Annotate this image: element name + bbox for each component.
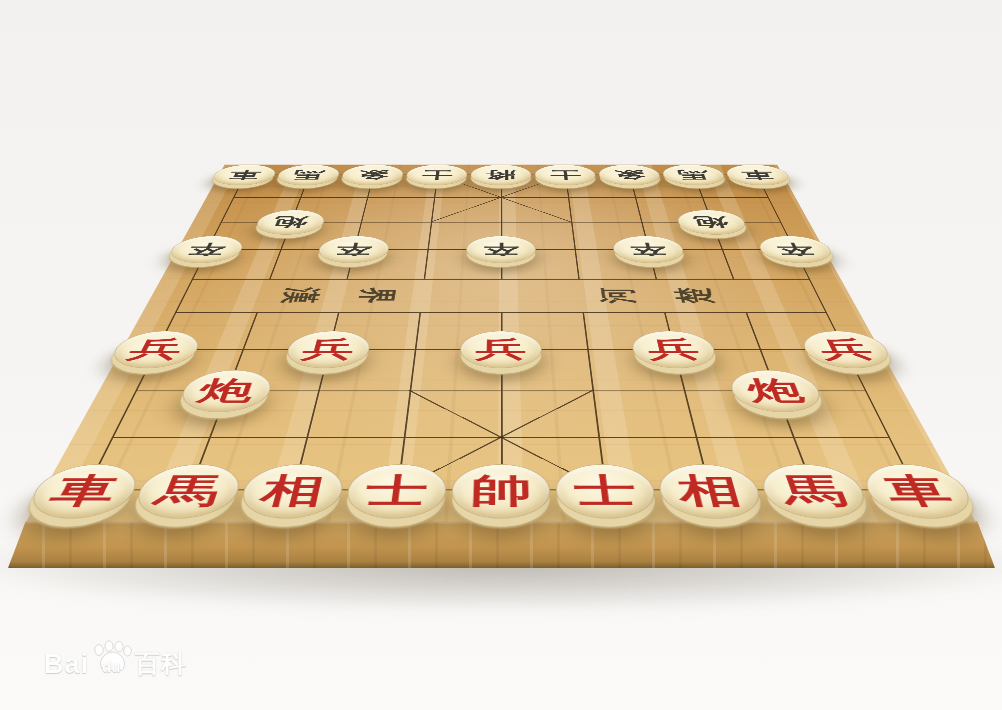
board-cell (568, 197, 641, 222)
piece-character: 車 (45, 474, 124, 508)
watermark-text-du: du (102, 658, 120, 675)
piece-character: 車 (226, 170, 262, 181)
board-cell (175, 279, 269, 312)
river-label-left: 漢界 (279, 287, 398, 303)
piece-character: 相 (257, 474, 327, 508)
piece-character: 將 (485, 170, 516, 181)
piece-character: 相 (675, 474, 745, 508)
piece-character: 兵 (645, 338, 702, 361)
board-cell (733, 279, 827, 312)
piece-character: 馬 (676, 170, 711, 181)
watermark-baidu-baike: Bai du 百科 (44, 646, 187, 680)
piece-character: 馬 (291, 170, 326, 181)
piece-character: 卒 (186, 242, 228, 256)
watermark-text-bai: Bai (44, 649, 89, 680)
piece-character: 士 (573, 474, 639, 508)
piece-character: 卒 (629, 242, 668, 256)
piece-character: 卒 (334, 242, 373, 256)
board-cell (592, 390, 695, 437)
piece-character: 炮 (271, 216, 310, 229)
board-cell (501, 279, 582, 312)
river-character: 楚 (672, 287, 715, 303)
piece-character: 兵 (300, 338, 357, 361)
piece-character: 士 (363, 474, 429, 508)
river-character: 河 (597, 287, 638, 303)
xiangqi-photo-stage: 漢界 楚河 車馬象士將士象馬車炮炮卒卒卒卒卒兵兵兵兵兵炮炮車馬相士帥士相馬車 B… (0, 0, 1002, 710)
piece-character: 兵 (815, 338, 878, 361)
piece-character: 象 (356, 170, 390, 181)
piece-character: 馬 (777, 474, 852, 508)
river-label-right: 楚河 (597, 287, 716, 303)
piece-character: 象 (613, 170, 647, 181)
board-front-edge (8, 521, 995, 568)
board-cell (420, 279, 501, 312)
piece-character: 炮 (744, 378, 808, 404)
river-character: 漢 (279, 287, 322, 303)
baidu-paw-icon: du (91, 646, 133, 680)
piece-character: 兵 (475, 338, 527, 361)
piece-character: 車 (878, 474, 957, 508)
piece-character: 卒 (774, 242, 816, 256)
piece-character: 士 (421, 170, 453, 181)
watermark-text-baike: 百科 (135, 647, 187, 680)
piece-character: 卒 (483, 242, 519, 256)
piece-character: 帥 (470, 474, 533, 508)
piece-character: 炮 (692, 216, 731, 229)
piece-character: 馬 (151, 474, 226, 508)
river-character: 界 (357, 287, 398, 303)
xiangqi-board: 漢界 楚河 車馬象士將士象馬車炮炮卒卒卒卒卒兵兵兵兵兵炮炮車馬相士帥士相馬車 (26, 165, 976, 522)
piece-character: 炮 (194, 378, 258, 404)
board-cell (361, 197, 434, 222)
board-cell (306, 390, 409, 437)
piece-character: 車 (739, 170, 775, 181)
piece-character: 兵 (124, 338, 187, 361)
piece-character: 士 (549, 170, 581, 181)
piece-black-general[interactable]: 將 (470, 165, 532, 186)
